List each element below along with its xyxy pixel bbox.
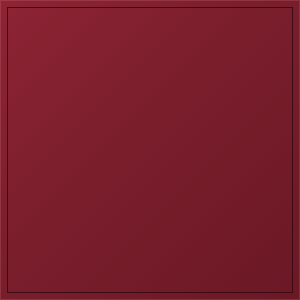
board-frame [0,0,300,300]
chess-board [8,8,292,292]
